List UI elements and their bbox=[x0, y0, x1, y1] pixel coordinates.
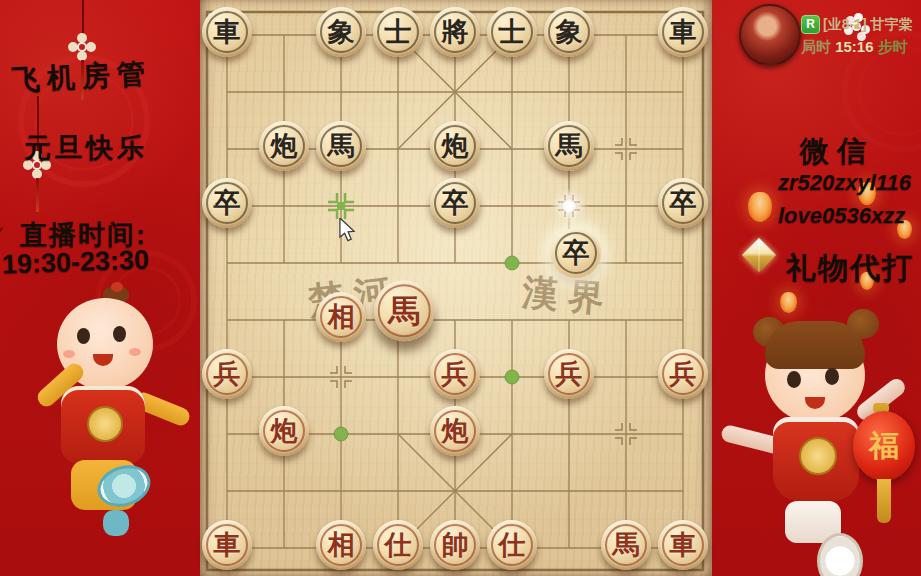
piece-red-advisor[interactable]: 仕 bbox=[487, 520, 537, 570]
clock-row: 局时 15:16 步时 bbox=[801, 38, 921, 57]
game-time-value: 15:16 bbox=[835, 38, 873, 55]
piece-character: 仕 bbox=[385, 532, 412, 559]
piece-character: 相 bbox=[328, 532, 355, 559]
piece-red-rook[interactable]: 車 bbox=[202, 520, 252, 570]
left-decor-panel: 飞机房管 元旦快乐 直播时间: 19:30-23:30 bbox=[0, 0, 200, 576]
piece-character: 馬 bbox=[556, 133, 583, 160]
piece-red-cannon[interactable]: 炮 bbox=[430, 406, 480, 456]
piece-black-elephant[interactable]: 象 bbox=[316, 7, 366, 57]
piece-black-soldier[interactable]: 卒 bbox=[202, 178, 252, 228]
game-time-label: 局时 bbox=[801, 38, 831, 55]
piece-red-horse[interactable]: 馬 bbox=[601, 520, 651, 570]
piece-red-soldier[interactable]: 兵 bbox=[544, 349, 594, 399]
piece-red-rook[interactable]: 車 bbox=[658, 520, 708, 570]
board-grid bbox=[200, 0, 712, 576]
wechat-label: 微信 bbox=[800, 132, 874, 172]
piece-character: 象 bbox=[556, 19, 583, 46]
doll-eye bbox=[77, 328, 90, 344]
piece-character: 車 bbox=[214, 19, 241, 46]
piece-red-soldier[interactable]: 兵 bbox=[202, 349, 252, 399]
doll-eye bbox=[113, 326, 126, 342]
piece-red-advisor[interactable]: 仕 bbox=[373, 520, 423, 570]
piece-character: 炮 bbox=[442, 418, 469, 445]
rank-badge-icon: R bbox=[801, 15, 820, 34]
gift-text: 礼物代打 bbox=[786, 248, 914, 289]
piece-character: 兵 bbox=[556, 361, 583, 388]
knot-tassel bbox=[36, 178, 39, 212]
piece-character: 馬 bbox=[388, 295, 420, 327]
xiangqi-board[interactable]: 楚河 漢界 車象士將士象車炮馬炮馬卒卒卒卒相馬兵兵兵兵炮炮車相仕帥仕馬車 bbox=[200, 0, 712, 576]
piece-red-soldier[interactable]: 兵 bbox=[430, 349, 480, 399]
piece-character: 士 bbox=[499, 19, 526, 46]
piece-character: 兵 bbox=[214, 361, 241, 388]
lantern-tassel bbox=[877, 479, 891, 523]
red-lantern: 福 bbox=[853, 411, 915, 481]
piece-character: 仕 bbox=[499, 532, 526, 559]
wechat-id-2: love0536xzz bbox=[778, 203, 905, 229]
piece-red-general[interactable]: 帥 bbox=[430, 520, 480, 570]
piece-black-soldier[interactable]: 卒 bbox=[430, 178, 480, 228]
doll-medallion bbox=[799, 437, 837, 475]
piece-character: 炮 bbox=[271, 133, 298, 160]
move-hint-dot[interactable] bbox=[505, 256, 519, 270]
piece-character: 炮 bbox=[442, 133, 469, 160]
doll-medallion bbox=[87, 406, 123, 442]
piece-character: 馬 bbox=[613, 532, 640, 559]
firecracker-string bbox=[0, 227, 3, 351]
piece-black-rook[interactable]: 車 bbox=[658, 7, 708, 57]
piece-character: 卒 bbox=[563, 240, 590, 267]
piece-character: 象 bbox=[328, 19, 355, 46]
rank-tag: [业8-1] bbox=[823, 16, 867, 32]
piece-black-horse[interactable]: 馬 bbox=[544, 121, 594, 171]
piece-red-soldier[interactable]: 兵 bbox=[658, 349, 708, 399]
chinese-knot-icon bbox=[77, 42, 87, 52]
streamer-avatar bbox=[739, 4, 801, 66]
lantern-fu-char: 福 bbox=[869, 426, 899, 467]
piece-red-elephant[interactable]: 相 bbox=[316, 520, 366, 570]
new-year-baby-doll bbox=[15, 288, 190, 538]
wechat-id-1: zr520zxyl116 bbox=[778, 170, 911, 196]
piece-black-advisor[interactable]: 士 bbox=[487, 7, 537, 57]
step-time-label: 步时 bbox=[878, 38, 908, 55]
piece-character: 士 bbox=[385, 19, 412, 46]
doll-eye bbox=[787, 371, 801, 388]
piece-character: 車 bbox=[670, 19, 697, 46]
piece-character: 卒 bbox=[670, 190, 697, 217]
mouse-cursor bbox=[338, 218, 356, 242]
doll-blush bbox=[63, 350, 75, 358]
piece-character: 兵 bbox=[442, 361, 469, 388]
piece-character: 車 bbox=[214, 532, 241, 559]
piece-red-horse[interactable]: 馬 bbox=[374, 280, 435, 341]
doll-blush bbox=[129, 348, 141, 356]
piece-black-soldier[interactable]: 卒 bbox=[551, 228, 601, 278]
wave-pattern-border bbox=[0, 526, 200, 576]
greeting-text: 元旦快乐 bbox=[24, 130, 148, 166]
stream-screen: 飞机房管 元旦快乐 直播时间: 19:30-23:30 楚河 漢 bbox=[0, 0, 921, 576]
piece-character: 卒 bbox=[214, 190, 241, 217]
streamer-name: [业8-1] 甘宇棠 bbox=[823, 16, 921, 34]
piece-red-cannon[interactable]: 炮 bbox=[259, 406, 309, 456]
piece-character: 帥 bbox=[442, 532, 469, 559]
piece-character: 炮 bbox=[271, 418, 298, 445]
piece-black-cannon[interactable]: 炮 bbox=[259, 121, 309, 171]
move-hint-dot[interactable] bbox=[505, 370, 519, 384]
last-move-origin-sparkle bbox=[549, 186, 589, 226]
piece-character: 相 bbox=[328, 304, 355, 331]
piece-black-elephant[interactable]: 象 bbox=[544, 7, 594, 57]
piece-black-soldier[interactable]: 卒 bbox=[658, 178, 708, 228]
move-hint-dot[interactable] bbox=[334, 427, 348, 441]
piece-character: 車 bbox=[670, 532, 697, 559]
doll-eye bbox=[825, 368, 839, 385]
piece-black-rook[interactable]: 車 bbox=[202, 7, 252, 57]
sky-lantern-icon bbox=[748, 192, 772, 222]
doll-bangs bbox=[765, 321, 865, 369]
piece-character: 兵 bbox=[670, 361, 697, 388]
piece-character: 馬 bbox=[328, 133, 355, 160]
piece-black-advisor[interactable]: 士 bbox=[373, 7, 423, 57]
schedule-time: 19:30-23:30 bbox=[2, 244, 150, 280]
doll-bow bbox=[111, 282, 123, 292]
piece-black-cannon[interactable]: 炮 bbox=[430, 121, 480, 171]
piece-black-horse[interactable]: 馬 bbox=[316, 121, 366, 171]
knot-string bbox=[82, 0, 84, 40]
piece-red-elephant[interactable]: 相 bbox=[316, 292, 366, 342]
piece-character: 將 bbox=[442, 19, 469, 46]
wave-pattern-border bbox=[712, 526, 921, 576]
piece-character: 卒 bbox=[442, 190, 469, 217]
piece-black-general[interactable]: 將 bbox=[430, 7, 480, 57]
room-admin-text: 飞机房管 bbox=[11, 54, 153, 99]
player-name: 甘宇棠 bbox=[870, 16, 912, 32]
